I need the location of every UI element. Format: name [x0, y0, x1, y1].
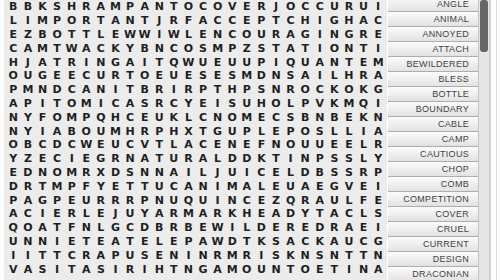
- grid-cell[interactable]: L: [196, 166, 211, 180]
- grid-cell[interactable]: U: [94, 69, 109, 83]
- grid-cell[interactable]: K: [35, 0, 50, 14]
- grid-cell[interactable]: T: [123, 179, 138, 193]
- grid-cell[interactable]: R: [283, 221, 298, 235]
- grid-cell[interactable]: R: [181, 83, 196, 97]
- grid-cell[interactable]: N: [269, 69, 284, 83]
- grid-cell[interactable]: D: [283, 207, 298, 221]
- grid-cell[interactable]: E: [137, 235, 152, 249]
- grid-cell[interactable]: A: [94, 0, 109, 14]
- grid-cell[interactable]: U: [196, 193, 211, 207]
- grid-cell[interactable]: C: [210, 14, 225, 28]
- grid-cell[interactable]: R: [79, 0, 94, 14]
- grid-cell[interactable]: P: [6, 83, 21, 97]
- grid-cell[interactable]: T: [196, 124, 211, 138]
- grid-cell[interactable]: E: [6, 166, 21, 180]
- grid-cell[interactable]: L: [6, 14, 21, 28]
- grid-cell[interactable]: K: [356, 110, 371, 124]
- grid-cell[interactable]: R: [283, 83, 298, 97]
- grid-cell[interactable]: I: [269, 55, 284, 69]
- grid-cell[interactable]: I: [371, 41, 386, 55]
- grid-cell[interactable]: M: [371, 55, 386, 69]
- grid-cell[interactable]: E: [181, 69, 196, 83]
- grid-cell[interactable]: T: [269, 152, 284, 166]
- grid-cell[interactable]: C: [225, 14, 240, 28]
- grid-cell[interactable]: C: [196, 110, 211, 124]
- grid-cell[interactable]: E: [196, 97, 211, 111]
- grid-cell[interactable]: L: [181, 28, 196, 42]
- grid-cell[interactable]: T: [94, 14, 109, 28]
- grid-cell[interactable]: G: [327, 179, 342, 193]
- grid-cell[interactable]: R: [64, 207, 79, 221]
- grid-cell[interactable]: C: [269, 110, 284, 124]
- grid-cell[interactable]: R: [254, 0, 269, 14]
- grid-cell[interactable]: A: [35, 55, 50, 69]
- grid-cell[interactable]: Z: [21, 28, 36, 42]
- grid-cell[interactable]: A: [196, 207, 211, 221]
- grid-cell[interactable]: Y: [21, 110, 36, 124]
- grid-cell[interactable]: A: [327, 235, 342, 249]
- grid-cell[interactable]: T: [137, 179, 152, 193]
- grid-cell[interactable]: P: [298, 97, 313, 111]
- grid-cell[interactable]: S: [196, 69, 211, 83]
- grid-cell[interactable]: P: [50, 14, 65, 28]
- grid-cell[interactable]: A: [342, 221, 357, 235]
- grid-cell[interactable]: H: [254, 97, 269, 111]
- grid-cell[interactable]: E: [35, 152, 50, 166]
- grid-cell[interactable]: C: [64, 83, 79, 97]
- grid-cell[interactable]: P: [254, 14, 269, 28]
- grid-cell[interactable]: D: [298, 166, 313, 180]
- grid-cell[interactable]: U: [108, 138, 123, 152]
- grid-cell[interactable]: M: [21, 83, 36, 97]
- grid-cell[interactable]: I: [312, 14, 327, 28]
- grid-cell[interactable]: F: [356, 193, 371, 207]
- word-list-scrollbar[interactable]: [478, 0, 490, 280]
- grid-cell[interactable]: R: [269, 28, 284, 42]
- grid-cell[interactable]: E: [269, 221, 284, 235]
- grid-cell[interactable]: H: [240, 207, 255, 221]
- grid-cell[interactable]: P: [6, 193, 21, 207]
- grid-cell[interactable]: I: [371, 97, 386, 111]
- grid-cell[interactable]: E: [371, 193, 386, 207]
- grid-cell[interactable]: R: [137, 124, 152, 138]
- grid-cell[interactable]: S: [342, 166, 357, 180]
- grid-cell[interactable]: U: [225, 55, 240, 69]
- grid-cell[interactable]: L: [79, 207, 94, 221]
- grid-cell[interactable]: E: [64, 69, 79, 83]
- grid-cell[interactable]: G: [35, 69, 50, 83]
- grid-cell[interactable]: L: [327, 124, 342, 138]
- grid-cell[interactable]: L: [356, 138, 371, 152]
- grid-cell[interactable]: O: [79, 124, 94, 138]
- grid-cell[interactable]: S: [94, 262, 109, 276]
- grid-cell[interactable]: R: [167, 207, 182, 221]
- grid-cell[interactable]: M: [64, 166, 79, 180]
- grid-cell[interactable]: H: [64, 0, 79, 14]
- grid-cell[interactable]: I: [152, 28, 167, 42]
- grid-cell[interactable]: N: [79, 221, 94, 235]
- grid-cell[interactable]: T: [79, 28, 94, 42]
- grid-cell[interactable]: L: [327, 69, 342, 83]
- grid-cell[interactable]: N: [210, 28, 225, 42]
- grid-cell[interactable]: A: [269, 207, 284, 221]
- grid-cell[interactable]: T: [152, 138, 167, 152]
- grid-cell[interactable]: C: [298, 0, 313, 14]
- grid-cell[interactable]: Q: [167, 55, 182, 69]
- grid-cell[interactable]: N: [123, 152, 138, 166]
- grid-cell[interactable]: E: [210, 69, 225, 83]
- grid-cell[interactable]: C: [123, 221, 138, 235]
- grid-cell[interactable]: C: [312, 83, 327, 97]
- grid-cell[interactable]: M: [181, 207, 196, 221]
- grid-cell[interactable]: A: [6, 97, 21, 111]
- grid-cell[interactable]: I: [181, 248, 196, 262]
- grid-cell[interactable]: A: [79, 83, 94, 97]
- grid-cell[interactable]: P: [50, 193, 65, 207]
- grid-cell[interactable]: E: [64, 193, 79, 207]
- grid-cell[interactable]: T: [137, 14, 152, 28]
- grid-cell[interactable]: H: [167, 124, 182, 138]
- grid-cell[interactable]: V: [6, 262, 21, 276]
- grid-cell[interactable]: U: [123, 248, 138, 262]
- grid-cell[interactable]: T: [50, 221, 65, 235]
- word-list-item[interactable]: DRACONIAN: [388, 267, 478, 280]
- grid-cell[interactable]: T: [152, 55, 167, 69]
- grid-cell[interactable]: I: [108, 262, 123, 276]
- grid-cell[interactable]: C: [94, 41, 109, 55]
- grid-cell[interactable]: M: [342, 97, 357, 111]
- grid-cell[interactable]: C: [240, 193, 255, 207]
- grid-cell[interactable]: P: [108, 248, 123, 262]
- grid-cell[interactable]: N: [167, 248, 182, 262]
- grid-cell[interactable]: R: [152, 97, 167, 111]
- grid-cell[interactable]: D: [312, 221, 327, 235]
- grid-cell[interactable]: R: [181, 152, 196, 166]
- grid-cell[interactable]: L: [356, 152, 371, 166]
- grid-cell[interactable]: A: [327, 207, 342, 221]
- grid-cell[interactable]: N: [210, 110, 225, 124]
- grid-cell[interactable]: B: [137, 41, 152, 55]
- grid-cell[interactable]: E: [312, 262, 327, 276]
- grid-cell[interactable]: M: [35, 14, 50, 28]
- grid-cell[interactable]: A: [312, 55, 327, 69]
- grid-cell[interactable]: N: [225, 138, 240, 152]
- grid-cell[interactable]: P: [196, 83, 211, 97]
- grid-cell[interactable]: E: [210, 55, 225, 69]
- grid-cell[interactable]: B: [35, 28, 50, 42]
- grid-cell[interactable]: E: [342, 110, 357, 124]
- grid-cell[interactable]: P: [225, 41, 240, 55]
- grid-cell[interactable]: N: [327, 28, 342, 42]
- grid-cell[interactable]: U: [196, 55, 211, 69]
- grid-cell[interactable]: W: [181, 55, 196, 69]
- grid-cell[interactable]: L: [94, 221, 109, 235]
- grid-cell[interactable]: A: [356, 14, 371, 28]
- grid-cell[interactable]: R: [64, 55, 79, 69]
- grid-cell[interactable]: S: [225, 97, 240, 111]
- grid-cell[interactable]: L: [181, 110, 196, 124]
- grid-cell[interactable]: O: [181, 41, 196, 55]
- grid-cell[interactable]: I: [210, 179, 225, 193]
- grid-cell[interactable]: U: [167, 152, 182, 166]
- grid-cell[interactable]: C: [50, 152, 65, 166]
- grid-cell[interactable]: C: [79, 69, 94, 83]
- grid-cell[interactable]: U: [312, 138, 327, 152]
- grid-cell[interactable]: N: [298, 248, 313, 262]
- grid-cell[interactable]: B: [21, 138, 36, 152]
- grid-cell[interactable]: R: [108, 152, 123, 166]
- grid-cell[interactable]: N: [35, 166, 50, 180]
- grid-cell[interactable]: U: [225, 124, 240, 138]
- grid-cell[interactable]: I: [79, 55, 94, 69]
- grid-cell[interactable]: I: [312, 28, 327, 42]
- grid-cell[interactable]: C: [167, 179, 182, 193]
- grid-cell[interactable]: U: [327, 193, 342, 207]
- grid-cell[interactable]: I: [371, 179, 386, 193]
- grid-cell[interactable]: S: [137, 97, 152, 111]
- grid-cell[interactable]: R: [108, 69, 123, 83]
- grid-cell[interactable]: E: [254, 207, 269, 221]
- grid-cell[interactable]: E: [254, 193, 269, 207]
- grid-cell[interactable]: U: [6, 235, 21, 249]
- grid-cell[interactable]: T: [312, 207, 327, 221]
- grid-cell[interactable]: U: [283, 179, 298, 193]
- grid-cell[interactable]: B: [21, 0, 36, 14]
- grid-cell[interactable]: E: [327, 138, 342, 152]
- grid-cell[interactable]: I: [356, 124, 371, 138]
- grid-cell[interactable]: O: [225, 110, 240, 124]
- grid-cell[interactable]: N: [327, 55, 342, 69]
- grid-cell[interactable]: S: [35, 262, 50, 276]
- grid-cell[interactable]: L: [283, 166, 298, 180]
- grid-cell[interactable]: T: [50, 41, 65, 55]
- grid-cell[interactable]: C: [298, 235, 313, 249]
- grid-cell[interactable]: N: [152, 193, 167, 207]
- grid-cell[interactable]: Q: [283, 193, 298, 207]
- grid-cell[interactable]: L: [342, 193, 357, 207]
- grid-cell[interactable]: O: [64, 97, 79, 111]
- grid-cell[interactable]: I: [210, 193, 225, 207]
- grid-cell[interactable]: R: [356, 69, 371, 83]
- grid-cell[interactable]: S: [254, 41, 269, 55]
- grid-cell[interactable]: E: [356, 221, 371, 235]
- grid-cell[interactable]: P: [240, 124, 255, 138]
- grid-cell[interactable]: B: [181, 221, 196, 235]
- grid-cell[interactable]: A: [283, 41, 298, 55]
- grid-cell[interactable]: O: [283, 0, 298, 14]
- grid-cell[interactable]: T: [356, 41, 371, 55]
- grid-cell[interactable]: F: [64, 221, 79, 235]
- grid-cell[interactable]: L: [210, 152, 225, 166]
- grid-cell[interactable]: R: [79, 166, 94, 180]
- grid-cell[interactable]: Z: [21, 152, 36, 166]
- grid-cell[interactable]: Q: [356, 97, 371, 111]
- grid-cell[interactable]: E: [269, 179, 284, 193]
- grid-cell[interactable]: I: [181, 166, 196, 180]
- word-list-item[interactable]: BEWILDERED: [388, 57, 478, 72]
- grid-cell[interactable]: N: [327, 248, 342, 262]
- grid-cell[interactable]: O: [6, 69, 21, 83]
- grid-cell[interactable]: O: [50, 110, 65, 124]
- grid-cell[interactable]: B: [64, 124, 79, 138]
- grid-cell[interactable]: U: [254, 262, 269, 276]
- grid-cell[interactable]: A: [371, 124, 386, 138]
- grid-cell[interactable]: T: [64, 28, 79, 42]
- grid-cell[interactable]: C: [254, 166, 269, 180]
- grid-cell[interactable]: K: [167, 110, 182, 124]
- grid-cell[interactable]: A: [137, 0, 152, 14]
- grid-cell[interactable]: I: [371, 0, 386, 14]
- grid-cell[interactable]: T: [240, 235, 255, 249]
- grid-cell[interactable]: H: [152, 262, 167, 276]
- word-list-item[interactable]: CHOP: [388, 162, 478, 177]
- grid-cell[interactable]: Y: [137, 207, 152, 221]
- grid-cell[interactable]: C: [371, 14, 386, 28]
- grid-cell[interactable]: G: [108, 221, 123, 235]
- grid-cell[interactable]: D: [137, 221, 152, 235]
- grid-cell[interactable]: Y: [94, 179, 109, 193]
- grid-cell[interactable]: K: [108, 41, 123, 55]
- grid-cell[interactable]: R: [356, 166, 371, 180]
- grid-cell[interactable]: E: [312, 179, 327, 193]
- grid-cell[interactable]: A: [6, 207, 21, 221]
- grid-cell[interactable]: U: [225, 166, 240, 180]
- grid-cell[interactable]: D: [6, 179, 21, 193]
- grid-cell[interactable]: A: [196, 152, 211, 166]
- grid-cell[interactable]: K: [312, 235, 327, 249]
- grid-cell[interactable]: O: [137, 69, 152, 83]
- grid-cell[interactable]: E: [196, 28, 211, 42]
- grid-cell[interactable]: O: [64, 14, 79, 28]
- grid-cell[interactable]: B: [327, 110, 342, 124]
- grid-cell[interactable]: C: [35, 138, 50, 152]
- grid-cell[interactable]: E: [298, 221, 313, 235]
- grid-cell[interactable]: I: [371, 221, 386, 235]
- grid-cell[interactable]: U: [21, 69, 36, 83]
- grid-cell[interactable]: C: [196, 138, 211, 152]
- grid-cell[interactable]: O: [283, 138, 298, 152]
- grid-cell[interactable]: D: [225, 152, 240, 166]
- grid-cell[interactable]: A: [312, 193, 327, 207]
- grid-cell[interactable]: M: [240, 110, 255, 124]
- grid-cell[interactable]: U: [240, 97, 255, 111]
- grid-cell[interactable]: S: [312, 248, 327, 262]
- grid-cell[interactable]: U: [298, 55, 313, 69]
- word-list-item[interactable]: DESIGN: [388, 252, 478, 267]
- grid-cell[interactable]: E: [196, 221, 211, 235]
- grid-cell[interactable]: A: [21, 262, 36, 276]
- grid-cell[interactable]: L: [254, 124, 269, 138]
- grid-cell[interactable]: O: [342, 83, 357, 97]
- grid-cell[interactable]: S: [342, 152, 357, 166]
- grid-cell[interactable]: T: [123, 69, 138, 83]
- grid-cell[interactable]: I: [21, 248, 36, 262]
- grid-cell[interactable]: A: [240, 179, 255, 193]
- grid-cell[interactable]: U: [167, 69, 182, 83]
- grid-cell[interactable]: H: [342, 69, 357, 83]
- grid-cell[interactable]: S: [327, 152, 342, 166]
- grid-cell[interactable]: C: [283, 14, 298, 28]
- grid-cell[interactable]: Q: [283, 55, 298, 69]
- grid-cell[interactable]: U: [356, 0, 371, 14]
- grid-cell[interactable]: M: [35, 41, 50, 55]
- grid-cell[interactable]: E: [269, 166, 284, 180]
- grid-cell[interactable]: O: [269, 97, 284, 111]
- grid-cell[interactable]: N: [6, 110, 21, 124]
- grid-cell[interactable]: L: [283, 97, 298, 111]
- grid-cell[interactable]: P: [312, 152, 327, 166]
- grid-cell[interactable]: O: [298, 262, 313, 276]
- grid-cell[interactable]: W: [79, 138, 94, 152]
- grid-cell[interactable]: A: [79, 262, 94, 276]
- grid-cell[interactable]: J: [21, 55, 36, 69]
- grid-cell[interactable]: E: [269, 124, 284, 138]
- grid-cell[interactable]: C: [342, 207, 357, 221]
- grid-cell[interactable]: A: [210, 262, 225, 276]
- grid-cell[interactable]: X: [181, 124, 196, 138]
- grid-cell[interactable]: U: [167, 193, 182, 207]
- grid-cell[interactable]: E: [152, 69, 167, 83]
- word-list-item[interactable]: CURRENT: [388, 237, 478, 252]
- grid-cell[interactable]: I: [312, 69, 327, 83]
- grid-cell[interactable]: K: [283, 248, 298, 262]
- grid-cell[interactable]: A: [371, 262, 386, 276]
- word-list-item[interactable]: BLESS: [388, 72, 478, 87]
- grid-cell[interactable]: I: [312, 41, 327, 55]
- grid-cell[interactable]: I: [225, 221, 240, 235]
- grid-cell[interactable]: Y: [123, 41, 138, 55]
- word-list-item[interactable]: ANNOYED: [388, 27, 478, 42]
- grid-cell[interactable]: Z: [240, 41, 255, 55]
- grid-cell[interactable]: N: [123, 14, 138, 28]
- grid-cell[interactable]: K: [225, 207, 240, 221]
- grid-cell[interactable]: G: [371, 235, 386, 249]
- grid-cell[interactable]: O: [181, 0, 196, 14]
- grid-cell[interactable]: T: [152, 152, 167, 166]
- word-list-item[interactable]: BOUNDARY: [388, 102, 478, 117]
- scrollbar-thumb[interactable]: [480, 0, 488, 52]
- grid-cell[interactable]: P: [254, 55, 269, 69]
- grid-cell[interactable]: R: [240, 248, 255, 262]
- grid-cell[interactable]: A: [21, 193, 36, 207]
- grid-cell[interactable]: D: [254, 69, 269, 83]
- grid-cell[interactable]: I: [210, 97, 225, 111]
- grid-cell[interactable]: D: [21, 166, 36, 180]
- grid-cell[interactable]: E: [240, 0, 255, 14]
- grid-cell[interactable]: R: [79, 248, 94, 262]
- grid-cell[interactable]: A: [137, 152, 152, 166]
- grid-cell[interactable]: P: [240, 83, 255, 97]
- grid-cell[interactable]: U: [240, 55, 255, 69]
- grid-cell[interactable]: G: [342, 28, 357, 42]
- grid-cell[interactable]: E: [50, 69, 65, 83]
- grid-cell[interactable]: A: [196, 235, 211, 249]
- grid-cell[interactable]: S: [225, 69, 240, 83]
- grid-cell[interactable]: N: [21, 235, 36, 249]
- grid-cell[interactable]: W: [210, 221, 225, 235]
- grid-cell[interactable]: I: [108, 83, 123, 97]
- grid-cell[interactable]: A: [298, 179, 313, 193]
- grid-cell[interactable]: N: [371, 248, 386, 262]
- grid-cell[interactable]: G: [108, 55, 123, 69]
- grid-cell[interactable]: I: [50, 235, 65, 249]
- grid-cell[interactable]: T: [35, 179, 50, 193]
- grid-cell[interactable]: K: [327, 97, 342, 111]
- grid-cell[interactable]: N: [269, 83, 284, 97]
- grid-cell[interactable]: S: [123, 166, 138, 180]
- grid-cell[interactable]: C: [167, 41, 182, 55]
- grid-cell[interactable]: I: [35, 97, 50, 111]
